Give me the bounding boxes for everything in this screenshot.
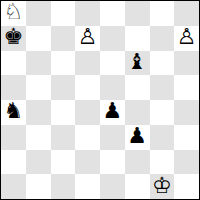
square-g2[interactable] xyxy=(150,150,175,175)
square-e8[interactable] xyxy=(100,1,125,26)
square-f1[interactable] xyxy=(125,174,150,199)
black-king-icon: ♚ xyxy=(4,26,24,48)
square-d5[interactable] xyxy=(75,75,100,100)
square-h2[interactable] xyxy=(174,150,199,175)
square-a7[interactable]: ♚ xyxy=(1,26,26,51)
square-a6[interactable] xyxy=(1,51,26,76)
square-a4[interactable]: ♞ xyxy=(1,100,26,125)
square-h3[interactable] xyxy=(174,125,199,150)
square-b7[interactable] xyxy=(26,26,51,51)
square-c3[interactable] xyxy=(51,125,76,150)
square-a1[interactable] xyxy=(1,174,26,199)
square-e2[interactable] xyxy=(100,150,125,175)
square-d3[interactable] xyxy=(75,125,100,150)
square-a3[interactable] xyxy=(1,125,26,150)
square-d4[interactable] xyxy=(75,100,100,125)
square-d6[interactable] xyxy=(75,51,100,76)
square-d8[interactable] xyxy=(75,1,100,26)
square-a2[interactable] xyxy=(1,150,26,175)
square-c1[interactable] xyxy=(51,174,76,199)
square-d7[interactable]: ♙ xyxy=(75,26,100,51)
square-g5[interactable] xyxy=(150,75,175,100)
square-h5[interactable] xyxy=(174,75,199,100)
square-f3[interactable]: ♟ xyxy=(125,125,150,150)
square-b2[interactable] xyxy=(26,150,51,175)
square-e4[interactable]: ♟ xyxy=(100,100,125,125)
square-b4[interactable] xyxy=(26,100,51,125)
square-d1[interactable] xyxy=(75,174,100,199)
black-knight-icon: ♞ xyxy=(4,100,24,122)
square-e1[interactable] xyxy=(100,174,125,199)
square-c4[interactable] xyxy=(51,100,76,125)
square-h6[interactable] xyxy=(174,51,199,76)
black-pawn-icon: ♟ xyxy=(103,100,123,122)
square-f4[interactable] xyxy=(125,100,150,125)
square-g3[interactable] xyxy=(150,125,175,150)
square-h1[interactable] xyxy=(174,174,199,199)
square-g4[interactable] xyxy=(150,100,175,125)
square-a8[interactable]: ♘ xyxy=(1,1,26,26)
square-a5[interactable] xyxy=(1,75,26,100)
square-b1[interactable] xyxy=(26,174,51,199)
white-pawn-icon: ♙ xyxy=(177,26,197,48)
square-g8[interactable] xyxy=(150,1,175,26)
square-f8[interactable] xyxy=(125,1,150,26)
black-bishop-icon: ♝ xyxy=(127,51,147,73)
square-c6[interactable] xyxy=(51,51,76,76)
square-c2[interactable] xyxy=(51,150,76,175)
white-king-icon: ♔ xyxy=(152,175,172,197)
square-f2[interactable] xyxy=(125,150,150,175)
square-c8[interactable] xyxy=(51,1,76,26)
square-g6[interactable] xyxy=(150,51,175,76)
square-c7[interactable] xyxy=(51,26,76,51)
white-knight-icon: ♘ xyxy=(4,1,24,23)
square-b5[interactable] xyxy=(26,75,51,100)
square-e5[interactable] xyxy=(100,75,125,100)
square-h7[interactable]: ♙ xyxy=(174,26,199,51)
chess-board: ♘♚♙♙♝♞♟♟♔ xyxy=(1,1,199,199)
square-g7[interactable] xyxy=(150,26,175,51)
square-c5[interactable] xyxy=(51,75,76,100)
square-h8[interactable] xyxy=(174,1,199,26)
square-e7[interactable] xyxy=(100,26,125,51)
square-e3[interactable] xyxy=(100,125,125,150)
square-f7[interactable] xyxy=(125,26,150,51)
white-pawn-icon: ♙ xyxy=(78,26,98,48)
black-pawn-icon: ♟ xyxy=(127,125,147,147)
square-h4[interactable] xyxy=(174,100,199,125)
square-d2[interactable] xyxy=(75,150,100,175)
square-f5[interactable] xyxy=(125,75,150,100)
square-g1[interactable]: ♔ xyxy=(150,174,175,199)
square-b8[interactable] xyxy=(26,1,51,26)
square-b6[interactable] xyxy=(26,51,51,76)
square-b3[interactable] xyxy=(26,125,51,150)
square-e6[interactable] xyxy=(100,51,125,76)
square-f6[interactable]: ♝ xyxy=(125,51,150,76)
chess-diagram: ♘♚♙♙♝♞♟♟♔ xyxy=(0,0,200,200)
